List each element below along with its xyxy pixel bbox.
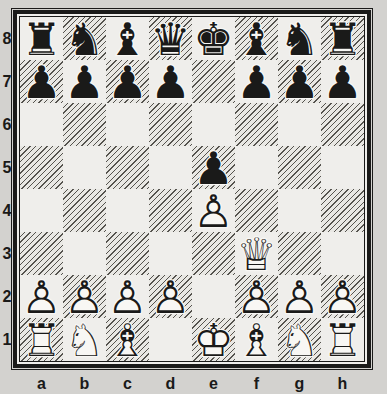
black-pawn-fill: ♟ [63,60,106,103]
black-knight-fill: ♞ [63,17,106,60]
square-d2[interactable]: ♟♙ [149,275,192,318]
square-h8[interactable]: ♜♜ [321,17,364,60]
square-c5[interactable] [106,146,149,189]
square-b5[interactable] [63,146,106,189]
file-label-f: f [235,374,278,393]
square-e5[interactable]: ♟♟ [192,146,235,189]
square-a2[interactable]: ♟♙ [20,275,63,318]
black-rook-fill: ♜ [321,17,364,60]
square-c8[interactable]: ♝♝ [106,17,149,60]
white-pawn-fill: ♟ [149,275,192,318]
white-pawn-icon: ♙ [20,275,63,318]
square-c1[interactable]: ♝♗ [106,318,149,361]
black-pawn-icon: ♟ [192,146,235,189]
square-g8[interactable]: ♞♞ [278,17,321,60]
square-e7[interactable] [192,60,235,103]
file-label-a: a [20,374,63,393]
white-pawn-icon: ♙ [321,275,364,318]
black-bishop-icon: ♝ [106,17,149,60]
square-f1[interactable]: ♝♗ [235,318,278,361]
square-e8[interactable]: ♚♚ [192,17,235,60]
black-pawn-icon: ♟ [106,60,149,103]
black-pawn-icon: ♟ [278,60,321,103]
board: ♜♜♞♞♝♝♛♛♚♚♝♝♞♞♜♜♟♟♟♟♟♟♟♟♟♟♟♟♟♟♟♟♟♙♛♕♟♙♟♙… [19,16,365,362]
white-rook-icon: ♖ [20,318,63,361]
square-d3[interactable] [149,232,192,275]
square-d6[interactable] [149,103,192,146]
black-queen-fill: ♛ [149,17,192,60]
file-label-e: e [192,374,235,393]
black-bishop-fill: ♝ [235,17,278,60]
white-pawn-icon: ♙ [106,275,149,318]
square-a3[interactable] [20,232,63,275]
square-f7[interactable]: ♟♟ [235,60,278,103]
white-knight-icon: ♘ [63,318,106,361]
square-g3[interactable] [278,232,321,275]
white-queen-icon: ♕ [235,232,278,275]
file-label-d: d [149,374,192,393]
black-rook-fill: ♜ [20,17,63,60]
black-rook-icon: ♜ [321,17,364,60]
black-pawn-icon: ♟ [63,60,106,103]
square-h1[interactable]: ♜♖ [321,318,364,361]
black-pawn-fill: ♟ [149,60,192,103]
square-c3[interactable] [106,232,149,275]
white-pawn-icon: ♙ [192,189,235,232]
black-pawn-icon: ♟ [235,60,278,103]
white-rook-icon: ♖ [321,318,364,361]
square-b2[interactable]: ♟♙ [63,275,106,318]
square-h3[interactable] [321,232,364,275]
board-frame: ♜♜♞♞♝♝♛♛♚♚♝♝♞♞♜♜♟♟♟♟♟♟♟♟♟♟♟♟♟♟♟♟♟♙♛♕♟♙♟♙… [11,8,373,370]
square-b8[interactable]: ♞♞ [63,17,106,60]
white-pawn-fill: ♟ [235,275,278,318]
white-pawn-fill: ♟ [63,275,106,318]
white-rook-fill: ♜ [321,318,364,361]
square-e2[interactable] [192,275,235,318]
black-pawn-fill: ♟ [321,60,364,103]
white-king-icon: ♔ [192,318,235,361]
white-pawn-icon: ♙ [235,275,278,318]
square-g2[interactable]: ♟♙ [278,275,321,318]
square-h6[interactable] [321,103,364,146]
white-knight-fill: ♞ [63,318,106,361]
white-pawn-icon: ♙ [149,275,192,318]
square-g7[interactable]: ♟♟ [278,60,321,103]
black-queen-icon: ♛ [149,17,192,60]
black-pawn-icon: ♟ [20,60,63,103]
file-labels: a b c d e f g h [20,374,364,393]
square-e1[interactable]: ♚♔ [192,318,235,361]
square-a1[interactable]: ♜♖ [20,318,63,361]
square-g1[interactable]: ♞♘ [278,318,321,361]
black-pawn-icon: ♟ [321,60,364,103]
white-bishop-icon: ♗ [106,318,149,361]
white-knight-fill: ♞ [278,318,321,361]
white-pawn-fill: ♟ [192,189,235,232]
square-a6[interactable] [20,103,63,146]
white-king-fill: ♚ [192,318,235,361]
black-pawn-fill: ♟ [278,60,321,103]
black-knight-fill: ♞ [278,17,321,60]
white-bishop-fill: ♝ [106,318,149,361]
square-f6[interactable] [235,103,278,146]
square-d8[interactable]: ♛♛ [149,17,192,60]
square-d4[interactable] [149,189,192,232]
square-b3[interactable] [63,232,106,275]
black-pawn-fill: ♟ [20,60,63,103]
square-e6[interactable] [192,103,235,146]
square-d1[interactable] [149,318,192,361]
square-h4[interactable] [321,189,364,232]
white-knight-icon: ♘ [278,318,321,361]
black-rook-icon: ♜ [20,17,63,60]
file-label-h: h [321,374,364,393]
white-pawn-fill: ♟ [278,275,321,318]
chess-diagram: 8 7 6 5 4 3 2 1 ♜♜♞♞♝♝♛♛♚♚♝♝♞♞♜♜♟♟♟♟♟♟♟♟… [0,0,387,394]
square-d5[interactable] [149,146,192,189]
square-f4[interactable] [235,189,278,232]
white-rook-fill: ♜ [20,318,63,361]
square-e3[interactable] [192,232,235,275]
black-pawn-fill: ♟ [192,146,235,189]
white-pawn-icon: ♙ [278,275,321,318]
black-king-icon: ♚ [192,17,235,60]
file-label-b: b [63,374,106,393]
square-c4[interactable] [106,189,149,232]
square-h5[interactable] [321,146,364,189]
black-bishop-fill: ♝ [106,17,149,60]
square-b1[interactable]: ♞♘ [63,318,106,361]
white-pawn-fill: ♟ [321,275,364,318]
board-border: ♜♜♞♞♝♝♛♛♚♚♝♝♞♞♜♜♟♟♟♟♟♟♟♟♟♟♟♟♟♟♟♟♟♙♛♕♟♙♟♙… [13,10,371,368]
black-pawn-icon: ♟ [149,60,192,103]
black-knight-icon: ♞ [278,17,321,60]
square-a7[interactable]: ♟♟ [20,60,63,103]
square-c2[interactable]: ♟♙ [106,275,149,318]
white-pawn-icon: ♙ [63,275,106,318]
square-c6[interactable] [106,103,149,146]
square-b7[interactable]: ♟♟ [63,60,106,103]
square-a5[interactable] [20,146,63,189]
square-a8[interactable]: ♜♜ [20,17,63,60]
file-label-c: c [106,374,149,393]
white-queen-fill: ♛ [235,232,278,275]
square-g5[interactable] [278,146,321,189]
black-bishop-icon: ♝ [235,17,278,60]
square-a4[interactable] [20,189,63,232]
black-pawn-fill: ♟ [106,60,149,103]
square-f8[interactable]: ♝♝ [235,17,278,60]
square-g4[interactable] [278,189,321,232]
square-b6[interactable] [63,103,106,146]
black-knight-icon: ♞ [63,17,106,60]
black-pawn-fill: ♟ [235,60,278,103]
white-pawn-fill: ♟ [106,275,149,318]
square-f3[interactable]: ♛♕ [235,232,278,275]
white-pawn-fill: ♟ [20,275,63,318]
square-g6[interactable] [278,103,321,146]
square-d7[interactable]: ♟♟ [149,60,192,103]
square-f5[interactable] [235,146,278,189]
square-h7[interactable]: ♟♟ [321,60,364,103]
square-f2[interactable]: ♟♙ [235,275,278,318]
black-king-fill: ♚ [192,17,235,60]
square-c7[interactable]: ♟♟ [106,60,149,103]
square-e4[interactable]: ♟♙ [192,189,235,232]
file-label-g: g [278,374,321,393]
white-bishop-fill: ♝ [235,318,278,361]
square-h2[interactable]: ♟♙ [321,275,364,318]
square-b4[interactable] [63,189,106,232]
white-bishop-icon: ♗ [235,318,278,361]
